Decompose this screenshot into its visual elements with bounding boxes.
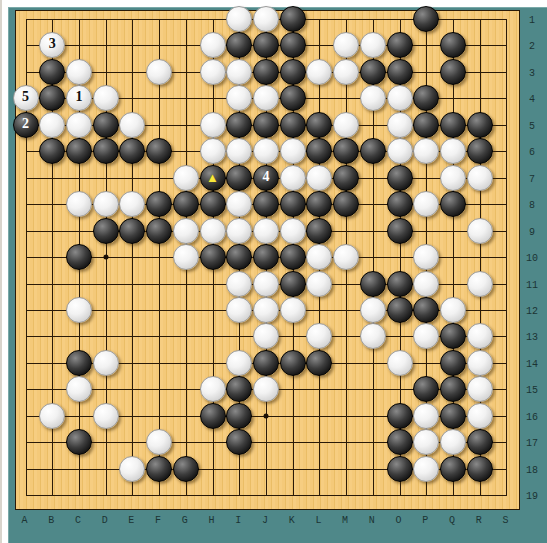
stone-white [119,112,145,138]
stone-white [440,165,466,191]
col-label-G: G [182,516,188,526]
col-label-B: B [48,516,54,526]
move-number-label: 1 [75,91,82,105]
col-label-D: D [102,516,108,526]
stone-white [119,456,145,482]
col-label-K: K [289,516,295,526]
stone-white [387,350,413,376]
stone-white [66,59,92,85]
stone-white [413,271,439,297]
stone-black [93,112,119,138]
stone-white [413,191,439,217]
stone-black [387,456,413,482]
stone-black [360,59,386,85]
row-label-8: 8 [529,201,535,211]
stone-black [360,271,386,297]
stone-white [226,297,252,323]
stone-black [306,138,332,164]
stone-black [253,244,279,270]
stone-black [413,6,439,32]
stone-white [413,456,439,482]
stone-white [360,32,386,58]
stone-white [226,6,252,32]
stone-black [226,429,252,455]
row-label-12: 12 [526,307,538,317]
stone-black [66,138,92,164]
stone-white [360,85,386,111]
move-number-label: 3 [49,38,56,52]
stone-white [467,350,493,376]
move-number-label: 5 [22,91,29,105]
stone-white [467,271,493,297]
stone-white [39,112,65,138]
stone-black [440,456,466,482]
stone-black [93,138,119,164]
stone-black [413,112,439,138]
stone-white [413,244,439,270]
stone-white [173,218,199,244]
col-label-P: P [422,516,428,526]
stone-black [226,32,252,58]
stone-black [360,138,386,164]
stone-white [413,429,439,455]
stone-white [226,350,252,376]
move-number-label: 2 [22,117,29,131]
stone-white [306,323,332,349]
row-label-10: 10 [526,254,538,264]
stone-black: 2 [13,112,39,138]
grid-hline [26,495,508,496]
stone-black [280,191,306,217]
row-label-9: 9 [529,228,535,238]
stone-white [306,59,332,85]
stone-black [253,350,279,376]
stone-black [413,85,439,111]
row-label-17: 17 [526,439,538,449]
stone-white [119,191,145,217]
stone-white [467,376,493,402]
stone-black [119,138,145,164]
col-label-S: S [502,516,508,526]
stone-black [387,403,413,429]
stone-white [360,297,386,323]
col-label-N: N [369,516,375,526]
stone-black [440,59,466,85]
stone-white [253,85,279,111]
stone-white: 3 [39,32,65,58]
stone-black [226,112,252,138]
stone-white [66,376,92,402]
stone-black [66,244,92,270]
stone-black [467,112,493,138]
stone-black [333,138,359,164]
row-label-4: 4 [529,95,535,105]
stone-white [467,165,493,191]
stone-white: 5 [13,85,39,111]
stone-black [387,297,413,323]
stone-white [200,32,226,58]
col-label-Q: Q [449,516,455,526]
stone-white [173,165,199,191]
stone-white [200,218,226,244]
row-label-18: 18 [526,466,538,476]
hoshi-dot [263,413,268,418]
stone-white [306,244,332,270]
stone-white [66,112,92,138]
col-label-L: L [315,516,321,526]
stone-black [66,350,92,376]
stone-black [280,59,306,85]
stone-white [306,271,332,297]
stone-black [440,376,466,402]
stone-black [387,429,413,455]
stone-black [467,138,493,164]
stone-white [226,218,252,244]
col-label-O: O [396,516,402,526]
col-label-J: J [262,516,268,526]
stone-black [306,112,332,138]
stone-black [440,403,466,429]
stone-black [200,191,226,217]
stone-white [253,323,279,349]
stone-white [280,138,306,164]
stone-white [93,403,119,429]
col-label-I: I [235,516,241,526]
stone-white [253,271,279,297]
goban[interactable]: 3512▲4 [15,10,520,510]
row-label-14: 14 [526,360,538,370]
stone-white [440,297,466,323]
stone-white [226,59,252,85]
stone-black [39,85,65,111]
stone-white [93,85,119,111]
stone-white [387,85,413,111]
stone-white [226,138,252,164]
stone-white [39,403,65,429]
row-label-6: 6 [529,148,535,158]
stone-white [333,59,359,85]
row-label-19: 19 [526,492,538,502]
stone-white [226,271,252,297]
stone-black [146,138,172,164]
row-label-15: 15 [526,386,538,396]
col-label-F: F [155,516,161,526]
stone-white [467,403,493,429]
stone-black [387,191,413,217]
stone-white [200,376,226,402]
stone-white [66,297,92,323]
stone-black [280,350,306,376]
stone-black [173,456,199,482]
stone-white [280,297,306,323]
col-label-E: E [128,516,134,526]
col-label-C: C [75,516,81,526]
row-label-2: 2 [529,42,535,52]
stone-black [253,59,279,85]
stone-black [253,191,279,217]
stone-black [440,32,466,58]
stone-black [146,218,172,244]
row-label-5: 5 [529,122,535,132]
stone-black [280,271,306,297]
stone-black [333,191,359,217]
stone-white [253,138,279,164]
col-label-M: M [342,516,348,526]
stone-black [387,59,413,85]
stone-black [39,138,65,164]
stone-black [306,191,332,217]
row-label-16: 16 [526,413,538,423]
stone-black [306,350,332,376]
stone-black [226,403,252,429]
stone-white [387,112,413,138]
col-label-H: H [209,516,215,526]
stone-black [467,429,493,455]
stone-white [253,376,279,402]
stone-white [387,138,413,164]
stone-white [253,6,279,32]
stone-black [226,244,252,270]
stone-black [280,6,306,32]
stone-white [280,218,306,244]
stone-black [387,218,413,244]
go-diagram-screenshot: 3512▲4 ABCDEFGHIJKLMNOPQRS 1234567891011… [0,0,547,543]
col-label-A: A [21,516,27,526]
stone-black [333,165,359,191]
stone-black: 4 [253,165,279,191]
stone-white [413,323,439,349]
row-label-1: 1 [529,16,535,26]
row-label-7: 7 [529,175,535,185]
row-label-11: 11 [526,281,538,291]
stone-black [306,218,332,244]
stone-black [253,112,279,138]
stone-white [253,218,279,244]
stone-black [200,244,226,270]
stone-white [200,59,226,85]
stone-black [440,323,466,349]
stone-black [440,191,466,217]
stone-white [440,429,466,455]
stone-white [467,218,493,244]
hoshi-dot [103,255,108,260]
stone-black [280,244,306,270]
stone-black [440,112,466,138]
grid-vline [506,19,507,496]
triangle-marker-icon: ▲ [206,170,219,183]
stone-black [280,85,306,111]
stone-white [93,191,119,217]
row-label-13: 13 [526,333,538,343]
stone-white [146,429,172,455]
stone-white [280,165,306,191]
stone-white [200,112,226,138]
stone-black [413,376,439,402]
stone-white [467,323,493,349]
stone-white: 1 [66,85,92,111]
stone-black [387,271,413,297]
stone-white [333,244,359,270]
move-number-label: 4 [262,170,269,184]
stone-black [387,165,413,191]
stone-white [66,191,92,217]
stone-black [440,350,466,376]
stone-black [467,456,493,482]
stone-black [173,191,199,217]
stone-black [39,59,65,85]
stone-white [413,138,439,164]
stone-white [253,297,279,323]
stone-white [226,191,252,217]
stone-white [333,32,359,58]
stone-black [146,191,172,217]
stone-black [226,376,252,402]
stone-black [93,218,119,244]
stone-white [146,59,172,85]
col-label-R: R [476,516,482,526]
stone-black [226,165,252,191]
stone-black: ▲ [200,165,226,191]
row-label-3: 3 [529,69,535,79]
stone-black [66,429,92,455]
stone-white [306,165,332,191]
stone-black [146,456,172,482]
stone-black [387,32,413,58]
stone-white [226,85,252,111]
stone-white [93,350,119,376]
stone-black [200,403,226,429]
stone-black [119,218,145,244]
stone-white [360,323,386,349]
stone-white [413,403,439,429]
stone-white [333,112,359,138]
stone-black [413,297,439,323]
stone-black [253,32,279,58]
stone-white [173,244,199,270]
stone-white [440,138,466,164]
stone-white [200,138,226,164]
stone-black [280,32,306,58]
stone-black [280,112,306,138]
